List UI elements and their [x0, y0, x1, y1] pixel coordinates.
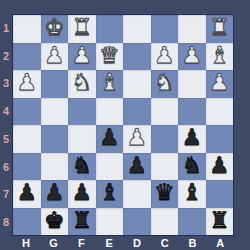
piece-white-rook-a1: ♜ — [209, 16, 230, 39]
file-label-e: E — [95, 236, 123, 250]
piece-white-queen-e2: ♛ — [99, 44, 120, 67]
square-e2[interactable]: ♛ — [96, 43, 124, 71]
square-c5[interactable] — [151, 125, 179, 153]
square-e6[interactable] — [96, 153, 124, 181]
piece-white-pawn-h3: ♟ — [16, 71, 37, 94]
square-h8[interactable] — [13, 208, 41, 236]
square-e8[interactable] — [96, 208, 124, 236]
square-d1[interactable] — [123, 15, 151, 43]
square-d5[interactable]: ♟ — [123, 125, 151, 153]
piece-black-pawn-f7: ♟ — [71, 181, 92, 204]
piece-white-pawn-d5: ♟ — [126, 126, 147, 149]
piece-white-pawn-f2: ♟ — [71, 44, 92, 67]
square-a8[interactable]: ♜ — [206, 208, 234, 236]
square-f1[interactable]: ♜ — [68, 15, 96, 43]
square-g7[interactable]: ♟ — [41, 180, 69, 208]
rank-label-4: 4 — [0, 97, 12, 125]
square-g1[interactable]: ♚ — [41, 15, 69, 43]
square-h1[interactable] — [13, 15, 41, 43]
piece-black-knight-f6: ♞ — [71, 154, 92, 177]
square-f8[interactable]: ♜ — [68, 208, 96, 236]
square-b3[interactable] — [178, 70, 206, 98]
square-b1[interactable] — [178, 15, 206, 43]
chess-diagram-frame: 12345678 ♚♜♜♟♟♛♟♟♝♟♞♝♞♟♟♟♟♞♟♞♟♟♟♟♝♛♝♚♜♜ … — [0, 0, 250, 250]
rank-label-7: 7 — [0, 181, 12, 209]
piece-black-rook-f8: ♜ — [71, 209, 92, 232]
square-a1[interactable]: ♜ — [206, 15, 234, 43]
square-a2[interactable]: ♝ — [206, 43, 234, 71]
square-e3[interactable]: ♝ — [96, 70, 124, 98]
rank-labels: 12345678 — [0, 14, 12, 236]
piece-white-knight-f3: ♞ — [71, 71, 92, 94]
file-label-d: D — [123, 236, 151, 250]
piece-white-bishop-a2: ♝ — [209, 44, 230, 67]
piece-black-rook-a8: ♜ — [209, 209, 230, 232]
square-d6[interactable]: ♟ — [123, 153, 151, 181]
piece-white-bishop-e3: ♝ — [99, 71, 120, 94]
square-a5[interactable] — [206, 125, 234, 153]
square-c4[interactable] — [151, 98, 179, 126]
square-e7[interactable]: ♝ — [96, 180, 124, 208]
piece-black-knight-b6: ♞ — [181, 154, 202, 177]
piece-black-pawn-h7: ♟ — [16, 181, 37, 204]
square-g6[interactable] — [41, 153, 69, 181]
piece-black-king-g8: ♚ — [44, 209, 65, 232]
rank-label-1: 1 — [0, 14, 12, 42]
square-a3[interactable]: ♟ — [206, 70, 234, 98]
square-e5[interactable]: ♟ — [96, 125, 124, 153]
piece-black-bishop-b7: ♝ — [181, 181, 202, 204]
square-d3[interactable] — [123, 70, 151, 98]
file-label-h: H — [12, 236, 40, 250]
square-a6[interactable]: ♟ — [206, 153, 234, 181]
square-g2[interactable]: ♟ — [41, 43, 69, 71]
square-b7[interactable]: ♝ — [178, 180, 206, 208]
square-b6[interactable]: ♞ — [178, 153, 206, 181]
square-b2[interactable]: ♟ — [178, 43, 206, 71]
piece-white-knight-c3: ♞ — [154, 71, 175, 94]
rank-label-8: 8 — [0, 208, 12, 236]
square-e4[interactable] — [96, 98, 124, 126]
piece-white-pawn-c2: ♟ — [154, 44, 175, 67]
square-f2[interactable]: ♟ — [68, 43, 96, 71]
square-b4[interactable] — [178, 98, 206, 126]
piece-white-king-g1: ♚ — [44, 16, 65, 39]
square-g5[interactable] — [41, 125, 69, 153]
piece-black-pawn-g7: ♟ — [44, 181, 65, 204]
square-f5[interactable] — [68, 125, 96, 153]
square-b5[interactable]: ♟ — [178, 125, 206, 153]
square-c8[interactable] — [151, 208, 179, 236]
piece-white-pawn-b2: ♟ — [181, 44, 202, 67]
piece-white-pawn-g2: ♟ — [44, 44, 65, 67]
square-a4[interactable] — [206, 98, 234, 126]
file-label-a: A — [206, 236, 234, 250]
square-f3[interactable]: ♞ — [68, 70, 96, 98]
square-c6[interactable] — [151, 153, 179, 181]
chess-board: ♚♜♜♟♟♛♟♟♝♟♞♝♞♟♟♟♟♞♟♞♟♟♟♟♝♛♝♚♜♜ — [12, 14, 234, 236]
square-d8[interactable] — [123, 208, 151, 236]
rank-label-2: 2 — [0, 42, 12, 70]
piece-black-pawn-b5: ♟ — [181, 126, 202, 149]
square-a7[interactable] — [206, 180, 234, 208]
piece-white-pawn-a3: ♟ — [209, 71, 230, 94]
square-f4[interactable] — [68, 98, 96, 126]
piece-black-pawn-d6: ♟ — [126, 154, 147, 177]
piece-black-bishop-e7: ♝ — [99, 181, 120, 204]
square-h5[interactable] — [13, 125, 41, 153]
file-labels: HGFEDCBA — [12, 236, 234, 250]
piece-black-queen-c7: ♛ — [154, 181, 175, 204]
square-h7[interactable]: ♟ — [13, 180, 41, 208]
square-g4[interactable] — [41, 98, 69, 126]
rank-label-3: 3 — [0, 70, 12, 98]
square-g8[interactable]: ♚ — [41, 208, 69, 236]
square-d4[interactable] — [123, 98, 151, 126]
square-h6[interactable] — [13, 153, 41, 181]
piece-black-pawn-a6: ♟ — [209, 154, 230, 177]
square-c3[interactable]: ♞ — [151, 70, 179, 98]
square-f6[interactable]: ♞ — [68, 153, 96, 181]
square-h2[interactable] — [13, 43, 41, 71]
piece-white-rook-f1: ♜ — [71, 16, 92, 39]
file-label-c: C — [151, 236, 179, 250]
square-f7[interactable]: ♟ — [68, 180, 96, 208]
file-label-f: F — [68, 236, 96, 250]
square-c2[interactable]: ♟ — [151, 43, 179, 71]
rank-label-6: 6 — [0, 153, 12, 181]
piece-black-pawn-e5: ♟ — [99, 126, 120, 149]
square-b8[interactable] — [178, 208, 206, 236]
square-c1[interactable] — [151, 15, 179, 43]
rank-label-5: 5 — [0, 125, 12, 153]
file-label-g: G — [40, 236, 68, 250]
square-h4[interactable] — [13, 98, 41, 126]
file-label-b: B — [179, 236, 207, 250]
square-h3[interactable]: ♟ — [13, 70, 41, 98]
square-d7[interactable] — [123, 180, 151, 208]
square-e1[interactable] — [96, 15, 124, 43]
square-g3[interactable] — [41, 70, 69, 98]
square-d2[interactable] — [123, 43, 151, 71]
square-c7[interactable]: ♛ — [151, 180, 179, 208]
